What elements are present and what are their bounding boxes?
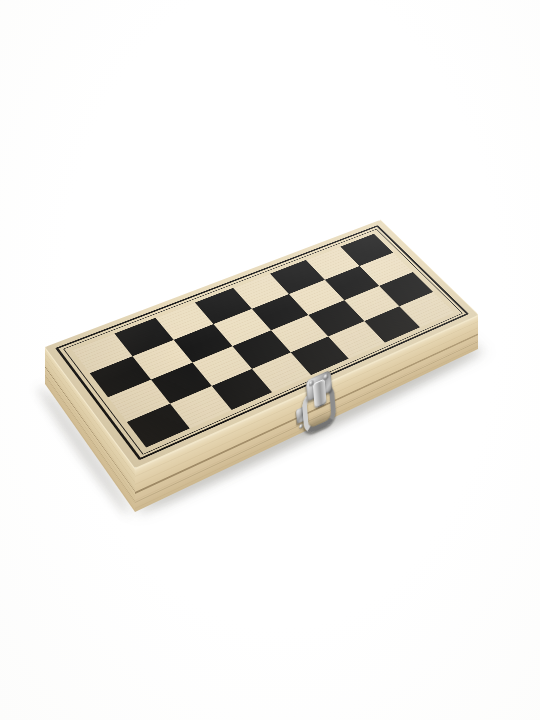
clasp-screw xyxy=(299,423,303,429)
photo-background xyxy=(0,0,540,720)
